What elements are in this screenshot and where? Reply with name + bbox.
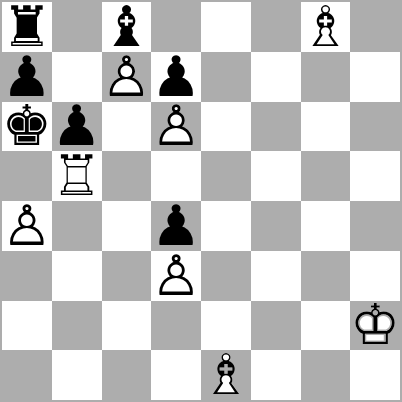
square-b5[interactable]: ♜♖: [52, 151, 102, 201]
square-a6[interactable]: ♚: [2, 102, 52, 152]
square-c8[interactable]: ♝: [102, 2, 152, 52]
square-e7[interactable]: [201, 52, 251, 102]
square-e2[interactable]: [201, 301, 251, 351]
square-d4[interactable]: ♟: [151, 201, 201, 251]
piece-black-pawn-d7[interactable]: ♟: [151, 52, 201, 102]
white-rook-icon: ♖: [52, 151, 102, 201]
square-b3[interactable]: [52, 251, 102, 301]
piece-white-pawn-d3[interactable]: ♟♙: [151, 251, 201, 301]
white-pawn-icon: ♙: [102, 52, 152, 102]
square-f1[interactable]: [251, 350, 301, 400]
square-d6[interactable]: ♟♙: [151, 102, 201, 152]
square-a8[interactable]: ♜: [2, 2, 52, 52]
square-g5[interactable]: [301, 151, 351, 201]
square-h8[interactable]: [350, 2, 400, 52]
piece-white-pawn-a4[interactable]: ♟♙: [2, 201, 52, 251]
square-e1[interactable]: ♝♗: [201, 350, 251, 400]
chess-board: ♜♝♝♗♟♟♙♟♚♟♟♙♜♖♟♙♟♟♙♚♔♝♗: [0, 0, 402, 402]
square-b7[interactable]: [52, 52, 102, 102]
chess-diagram: ♜♝♝♗♟♟♙♟♚♟♟♙♜♖♟♙♟♟♙♚♔♝♗: [0, 0, 402, 402]
square-c5[interactable]: [102, 151, 152, 201]
white-king-fill-glyph: ♚: [350, 301, 400, 351]
square-c1[interactable]: [102, 350, 152, 400]
white-bishop-fill-glyph: ♝: [301, 2, 351, 52]
square-f6[interactable]: [251, 102, 301, 152]
square-c6[interactable]: [102, 102, 152, 152]
square-b8[interactable]: [52, 2, 102, 52]
white-pawn-fill-glyph: ♟: [2, 201, 52, 251]
black-rook-icon: ♜: [2, 2, 52, 52]
square-h4[interactable]: [350, 201, 400, 251]
piece-white-pawn-d6[interactable]: ♟♙: [151, 102, 201, 152]
square-h6[interactable]: [350, 102, 400, 152]
square-f3[interactable]: [251, 251, 301, 301]
square-c7[interactable]: ♟♙: [102, 52, 152, 102]
square-a7[interactable]: ♟: [2, 52, 52, 102]
square-a2[interactable]: [2, 301, 52, 351]
white-bishop-icon: ♗: [301, 2, 351, 52]
square-e5[interactable]: [201, 151, 251, 201]
black-bishop-icon: ♝: [102, 2, 152, 52]
square-g3[interactable]: [301, 251, 351, 301]
square-f2[interactable]: [251, 301, 301, 351]
square-h3[interactable]: [350, 251, 400, 301]
square-g1[interactable]: [301, 350, 351, 400]
black-pawn-icon: ♟: [151, 201, 201, 251]
square-h2[interactable]: ♚♔: [350, 301, 400, 351]
piece-black-pawn-b6[interactable]: ♟: [52, 102, 102, 152]
white-pawn-icon: ♙: [151, 251, 201, 301]
white-pawn-icon: ♙: [151, 102, 201, 152]
square-c3[interactable]: [102, 251, 152, 301]
square-f8[interactable]: [251, 2, 301, 52]
square-b6[interactable]: ♟: [52, 102, 102, 152]
white-pawn-icon: ♙: [2, 201, 52, 251]
square-a1[interactable]: [2, 350, 52, 400]
piece-white-rook-b5[interactable]: ♜♖: [52, 151, 102, 201]
square-a3[interactable]: [2, 251, 52, 301]
square-h1[interactable]: [350, 350, 400, 400]
piece-black-king-a6[interactable]: ♚: [2, 102, 52, 152]
square-f5[interactable]: [251, 151, 301, 201]
black-pawn-icon: ♟: [2, 52, 52, 102]
black-pawn-icon: ♟: [52, 102, 102, 152]
square-e4[interactable]: [201, 201, 251, 251]
square-g2[interactable]: [301, 301, 351, 351]
square-d2[interactable]: [151, 301, 201, 351]
square-h5[interactable]: [350, 151, 400, 201]
square-c4[interactable]: [102, 201, 152, 251]
square-g6[interactable]: [301, 102, 351, 152]
white-pawn-fill-glyph: ♟: [151, 251, 201, 301]
square-e8[interactable]: [201, 2, 251, 52]
square-e3[interactable]: [201, 251, 251, 301]
white-bishop-icon: ♗: [201, 350, 251, 400]
square-a5[interactable]: [2, 151, 52, 201]
piece-black-bishop-c8[interactable]: ♝: [102, 2, 152, 52]
square-h7[interactable]: [350, 52, 400, 102]
square-b2[interactable]: [52, 301, 102, 351]
piece-white-bishop-g8[interactable]: ♝♗: [301, 2, 351, 52]
square-d1[interactable]: [151, 350, 201, 400]
square-b1[interactable]: [52, 350, 102, 400]
square-e6[interactable]: [201, 102, 251, 152]
piece-black-pawn-a7[interactable]: ♟: [2, 52, 52, 102]
piece-white-king-h2[interactable]: ♚♔: [350, 301, 400, 351]
white-king-icon: ♔: [350, 301, 400, 351]
square-a4[interactable]: ♟♙: [2, 201, 52, 251]
piece-black-pawn-d4[interactable]: ♟: [151, 201, 201, 251]
piece-black-rook-a8[interactable]: ♜: [2, 2, 52, 52]
white-pawn-fill-glyph: ♟: [151, 102, 201, 152]
square-f7[interactable]: [251, 52, 301, 102]
black-pawn-icon: ♟: [151, 52, 201, 102]
square-f4[interactable]: [251, 201, 301, 251]
square-d3[interactable]: ♟♙: [151, 251, 201, 301]
square-c2[interactable]: [102, 301, 152, 351]
square-d5[interactable]: [151, 151, 201, 201]
white-pawn-fill-glyph: ♟: [102, 52, 152, 102]
square-g8[interactable]: ♝♗: [301, 2, 351, 52]
white-bishop-fill-glyph: ♝: [201, 350, 251, 400]
square-g4[interactable]: [301, 201, 351, 251]
piece-white-bishop-e1[interactable]: ♝♗: [201, 350, 251, 400]
black-king-icon: ♚: [2, 102, 52, 152]
square-g7[interactable]: [301, 52, 351, 102]
square-b4[interactable]: [52, 201, 102, 251]
white-rook-fill-glyph: ♜: [52, 151, 102, 201]
piece-white-pawn-c7[interactable]: ♟♙: [102, 52, 152, 102]
square-d7[interactable]: ♟: [151, 52, 201, 102]
square-d8[interactable]: [151, 2, 201, 52]
